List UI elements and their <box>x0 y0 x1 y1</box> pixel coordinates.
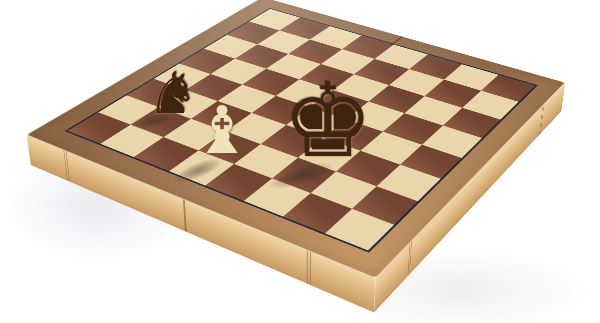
decorative-groove <box>406 241 412 278</box>
decorative-groove <box>538 104 544 136</box>
board-top-frame <box>27 0 566 278</box>
decorative-groove <box>307 250 313 286</box>
decorative-groove <box>63 150 71 183</box>
chess-board <box>31 23 562 313</box>
photo-scene <box>0 0 600 323</box>
playing-area <box>65 8 538 253</box>
fold-seam-left-side <box>183 199 187 232</box>
